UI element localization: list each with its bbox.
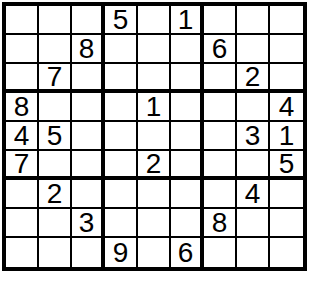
cell-r6c1-given: 7 <box>6 151 39 180</box>
cell-r1c8-empty[interactable] <box>237 6 270 35</box>
cell-r7c6-empty[interactable] <box>171 180 204 209</box>
cell-r2c4-empty[interactable] <box>105 35 138 64</box>
cell-r6c8-empty[interactable] <box>237 151 270 180</box>
cell-r8c1-empty[interactable] <box>6 209 39 238</box>
cell-r2c8-empty[interactable] <box>237 35 270 64</box>
cell-r7c8-given: 4 <box>237 180 270 209</box>
cell-r3c6-empty[interactable] <box>171 64 204 93</box>
cell-r7c5-empty[interactable] <box>138 180 171 209</box>
cell-r2c2-empty[interactable] <box>39 35 72 64</box>
cell-r3c3-empty[interactable] <box>72 64 105 93</box>
cell-r3c2-given: 7 <box>39 64 72 93</box>
cell-r3c9-empty[interactable] <box>270 64 303 93</box>
cell-r6c4-empty[interactable] <box>105 151 138 180</box>
cell-r4c2-empty[interactable] <box>39 93 72 122</box>
cell-r5c5-empty[interactable] <box>138 122 171 151</box>
cell-r4c1-given: 8 <box>6 93 39 122</box>
cell-r5c3-empty[interactable] <box>72 122 105 151</box>
cell-r8c5-empty[interactable] <box>138 209 171 238</box>
cell-r1c3-empty[interactable] <box>72 6 105 35</box>
cell-r2c9-empty[interactable] <box>270 35 303 64</box>
cell-r3c7-empty[interactable] <box>204 64 237 93</box>
cell-r8c3-given: 3 <box>72 209 105 238</box>
cell-r1c6-given: 1 <box>171 6 204 35</box>
sudoku-board: 5186728144531725243896 <box>2 2 307 271</box>
cell-r4c6-empty[interactable] <box>171 93 204 122</box>
cell-r6c3-empty[interactable] <box>72 151 105 180</box>
cell-r8c6-empty[interactable] <box>171 209 204 238</box>
cell-r9c4-given: 9 <box>105 238 138 267</box>
cell-r4c4-empty[interactable] <box>105 93 138 122</box>
cell-r2c1-empty[interactable] <box>6 35 39 64</box>
cell-r7c4-empty[interactable] <box>105 180 138 209</box>
cell-r9c5-empty[interactable] <box>138 238 171 267</box>
cell-r7c2-given: 2 <box>39 180 72 209</box>
cell-r2c6-empty[interactable] <box>171 35 204 64</box>
cell-r2c3-given: 8 <box>72 35 105 64</box>
cell-r6c5-given: 2 <box>138 151 171 180</box>
cell-r9c9-empty[interactable] <box>270 238 303 267</box>
cell-r1c7-empty[interactable] <box>204 6 237 35</box>
cell-r6c9-given: 5 <box>270 151 303 180</box>
cell-r2c7-given: 6 <box>204 35 237 64</box>
sudoku-page: 5186728144531725243896 <box>0 0 331 293</box>
cell-r5c7-empty[interactable] <box>204 122 237 151</box>
cell-r7c7-empty[interactable] <box>204 180 237 209</box>
cell-r4c5-given: 1 <box>138 93 171 122</box>
cell-r9c8-empty[interactable] <box>237 238 270 267</box>
cell-r9c2-empty[interactable] <box>39 238 72 267</box>
cell-r5c9-given: 1 <box>270 122 303 151</box>
cell-r1c1-empty[interactable] <box>6 6 39 35</box>
cell-r2c5-empty[interactable] <box>138 35 171 64</box>
cell-r4c9-given: 4 <box>270 93 303 122</box>
cell-r5c8-given: 3 <box>237 122 270 151</box>
cell-r9c3-empty[interactable] <box>72 238 105 267</box>
cell-r8c4-empty[interactable] <box>105 209 138 238</box>
cell-r9c7-empty[interactable] <box>204 238 237 267</box>
cell-r1c9-empty[interactable] <box>270 6 303 35</box>
cell-r4c7-empty[interactable] <box>204 93 237 122</box>
cell-r9c1-empty[interactable] <box>6 238 39 267</box>
cell-r1c2-empty[interactable] <box>39 6 72 35</box>
cell-r5c2-given: 5 <box>39 122 72 151</box>
cell-r7c3-empty[interactable] <box>72 180 105 209</box>
cell-r1c5-empty[interactable] <box>138 6 171 35</box>
cell-r6c7-empty[interactable] <box>204 151 237 180</box>
cell-r6c2-empty[interactable] <box>39 151 72 180</box>
cell-r7c1-empty[interactable] <box>6 180 39 209</box>
cell-r4c8-empty[interactable] <box>237 93 270 122</box>
cell-r9c6-given: 6 <box>171 238 204 267</box>
cell-r5c1-given: 4 <box>6 122 39 151</box>
cell-r3c1-empty[interactable] <box>6 64 39 93</box>
cell-r3c8-given: 2 <box>237 64 270 93</box>
cell-r8c2-empty[interactable] <box>39 209 72 238</box>
cell-r5c6-empty[interactable] <box>171 122 204 151</box>
cell-r3c5-empty[interactable] <box>138 64 171 93</box>
cell-r8c7-given: 8 <box>204 209 237 238</box>
cell-r8c9-empty[interactable] <box>270 209 303 238</box>
cell-r7c9-empty[interactable] <box>270 180 303 209</box>
cell-r8c8-empty[interactable] <box>237 209 270 238</box>
cell-r3c4-empty[interactable] <box>105 64 138 93</box>
cell-r6c6-empty[interactable] <box>171 151 204 180</box>
cell-r1c4-given: 5 <box>105 6 138 35</box>
cell-r5c4-empty[interactable] <box>105 122 138 151</box>
cell-r4c3-empty[interactable] <box>72 93 105 122</box>
